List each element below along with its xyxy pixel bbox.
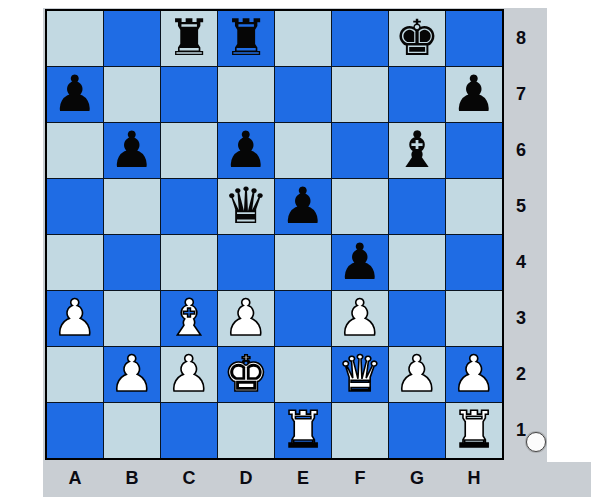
file-label-a: A bbox=[47, 460, 103, 497]
square-f4[interactable]: ♟ bbox=[332, 235, 388, 290]
square-e4[interactable] bbox=[275, 235, 331, 290]
square-g2[interactable]: ♟ bbox=[389, 347, 445, 402]
piece-white-king-d2[interactable]: ♚ bbox=[224, 347, 269, 402]
file-label-b: B bbox=[104, 460, 160, 497]
rank-label-4: 4 bbox=[504, 235, 538, 290]
square-b3[interactable] bbox=[104, 291, 160, 346]
piece-white-pawn-c2[interactable]: ♟ bbox=[167, 347, 212, 402]
square-d8[interactable]: ♜ bbox=[218, 11, 274, 66]
file-label-c: C bbox=[161, 460, 217, 497]
square-a4[interactable] bbox=[47, 235, 103, 290]
square-b8[interactable] bbox=[104, 11, 160, 66]
square-f5[interactable] bbox=[332, 179, 388, 234]
square-h5[interactable] bbox=[446, 179, 502, 234]
square-d1[interactable] bbox=[218, 403, 274, 458]
white-to-move-indicator bbox=[526, 432, 546, 452]
file-label-e: E bbox=[275, 460, 331, 497]
piece-white-rook-h1[interactable]: ♜ bbox=[452, 403, 497, 458]
piece-white-pawn-b2[interactable]: ♟ bbox=[110, 347, 155, 402]
piece-black-pawn-h7[interactable]: ♟ bbox=[452, 67, 497, 122]
square-a3[interactable]: ♟ bbox=[47, 291, 103, 346]
square-a5[interactable] bbox=[47, 179, 103, 234]
piece-white-pawn-a3[interactable]: ♟ bbox=[53, 291, 98, 346]
piece-white-pawn-f3[interactable]: ♟ bbox=[338, 291, 383, 346]
square-c3[interactable]: ♝ bbox=[161, 291, 217, 346]
square-g3[interactable] bbox=[389, 291, 445, 346]
square-f6[interactable] bbox=[332, 123, 388, 178]
square-d4[interactable] bbox=[218, 235, 274, 290]
square-e2[interactable] bbox=[275, 347, 331, 402]
square-b4[interactable] bbox=[104, 235, 160, 290]
rank-label-3: 3 bbox=[504, 291, 538, 346]
file-labels: ABCDEFGH bbox=[47, 460, 503, 497]
square-a7[interactable]: ♟ bbox=[47, 67, 103, 122]
square-h7[interactable]: ♟ bbox=[446, 67, 502, 122]
square-c8[interactable]: ♜ bbox=[161, 11, 217, 66]
square-d2[interactable]: ♚ bbox=[218, 347, 274, 402]
square-f2[interactable]: ♛ bbox=[332, 347, 388, 402]
square-a8[interactable] bbox=[47, 11, 103, 66]
square-a1[interactable] bbox=[47, 403, 103, 458]
file-label-d: D bbox=[218, 460, 274, 497]
file-label-g: G bbox=[389, 460, 445, 497]
square-d5[interactable]: ♛ bbox=[218, 179, 274, 234]
square-c7[interactable] bbox=[161, 67, 217, 122]
piece-white-pawn-d3[interactable]: ♟ bbox=[224, 291, 269, 346]
chess-board[interactable]: ♜♜♚♟♟♟♟♝♛♟♟♟♝♟♟♟♟♚♛♟♟♜♜ bbox=[45, 9, 504, 460]
square-b6[interactable]: ♟ bbox=[104, 123, 160, 178]
square-g5[interactable] bbox=[389, 179, 445, 234]
piece-black-pawn-a7[interactable]: ♟ bbox=[53, 67, 98, 122]
piece-black-bishop-g6[interactable]: ♝ bbox=[395, 123, 440, 178]
rank-label-2: 2 bbox=[504, 347, 538, 402]
square-a2[interactable] bbox=[47, 347, 103, 402]
square-e5[interactable]: ♟ bbox=[275, 179, 331, 234]
square-g4[interactable] bbox=[389, 235, 445, 290]
file-label-f: F bbox=[332, 460, 388, 497]
piece-black-pawn-e5[interactable]: ♟ bbox=[281, 179, 326, 234]
piece-black-king-g8[interactable]: ♚ bbox=[395, 11, 440, 66]
square-f7[interactable] bbox=[332, 67, 388, 122]
square-f8[interactable] bbox=[332, 11, 388, 66]
rank-label-6: 6 bbox=[504, 123, 538, 178]
square-g7[interactable] bbox=[389, 67, 445, 122]
square-e1[interactable]: ♜ bbox=[275, 403, 331, 458]
square-e7[interactable] bbox=[275, 67, 331, 122]
piece-black-rook-d8[interactable]: ♜ bbox=[224, 11, 269, 66]
square-c6[interactable] bbox=[161, 123, 217, 178]
square-c4[interactable] bbox=[161, 235, 217, 290]
square-c5[interactable] bbox=[161, 179, 217, 234]
square-h6[interactable] bbox=[446, 123, 502, 178]
square-h3[interactable] bbox=[446, 291, 502, 346]
piece-black-pawn-f4[interactable]: ♟ bbox=[338, 235, 383, 290]
square-b7[interactable] bbox=[104, 67, 160, 122]
square-d7[interactable] bbox=[218, 67, 274, 122]
square-b1[interactable] bbox=[104, 403, 160, 458]
piece-white-pawn-g2[interactable]: ♟ bbox=[395, 347, 440, 402]
square-a6[interactable] bbox=[47, 123, 103, 178]
piece-black-pawn-b6[interactable]: ♟ bbox=[110, 123, 155, 178]
piece-white-queen-f2[interactable]: ♛ bbox=[338, 347, 383, 402]
rank-label-7: 7 bbox=[504, 67, 538, 122]
piece-black-queen-d5[interactable]: ♛ bbox=[224, 179, 269, 234]
file-label-h: H bbox=[446, 460, 502, 497]
rank-label-8: 8 bbox=[504, 11, 538, 66]
square-d6[interactable]: ♟ bbox=[218, 123, 274, 178]
square-g1[interactable] bbox=[389, 403, 445, 458]
page-margin bbox=[547, 0, 591, 462]
square-e8[interactable] bbox=[275, 11, 331, 66]
piece-black-pawn-d6[interactable]: ♟ bbox=[224, 123, 269, 178]
rank-labels: 87654321 bbox=[504, 11, 544, 459]
square-b2[interactable]: ♟ bbox=[104, 347, 160, 402]
rank-label-5: 5 bbox=[504, 179, 538, 234]
square-h1[interactable]: ♜ bbox=[446, 403, 502, 458]
piece-white-pawn-h2[interactable]: ♟ bbox=[452, 347, 497, 402]
square-h8[interactable] bbox=[446, 11, 502, 66]
square-g6[interactable]: ♝ bbox=[389, 123, 445, 178]
square-g8[interactable]: ♚ bbox=[389, 11, 445, 66]
square-f3[interactable]: ♟ bbox=[332, 291, 388, 346]
square-b5[interactable] bbox=[104, 179, 160, 234]
piece-white-bishop-c3[interactable]: ♝ bbox=[167, 291, 212, 346]
square-d3[interactable]: ♟ bbox=[218, 291, 274, 346]
piece-black-rook-c8[interactable]: ♜ bbox=[167, 11, 212, 66]
square-h2[interactable]: ♟ bbox=[446, 347, 502, 402]
square-f1[interactable] bbox=[332, 403, 388, 458]
square-e3[interactable] bbox=[275, 291, 331, 346]
square-e6[interactable] bbox=[275, 123, 331, 178]
piece-white-rook-e1[interactable]: ♜ bbox=[281, 403, 326, 458]
square-c2[interactable]: ♟ bbox=[161, 347, 217, 402]
square-h4[interactable] bbox=[446, 235, 502, 290]
square-c1[interactable] bbox=[161, 403, 217, 458]
